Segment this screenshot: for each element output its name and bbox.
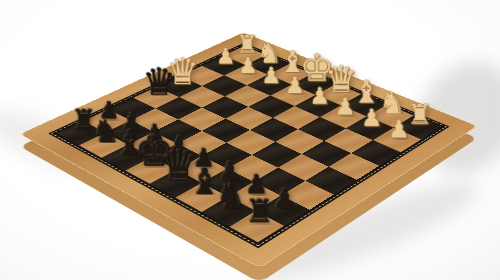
square-d4: [250, 118, 298, 142]
square-a3: [351, 140, 401, 166]
piece-white-rook-h1: ♜: [227, 30, 266, 55]
square-c1: ♝: [341, 94, 387, 116]
square-e1: ♚: [292, 74, 337, 95]
piece-white-bishop-c1: ♝: [345, 72, 387, 104]
piece-white-knight-g1: ♞: [250, 36, 290, 64]
square-h8: ♜: [57, 121, 105, 145]
product-photo-stage: ♜♞♝♛♚♝♞♜♟♟♟♟♟♟♟♟♛♛♟♟♟♟♟♟♟♟♜♞♝♛♚♝♞♜: [0, 0, 500, 280]
square-b1: ♞: [367, 104, 414, 127]
